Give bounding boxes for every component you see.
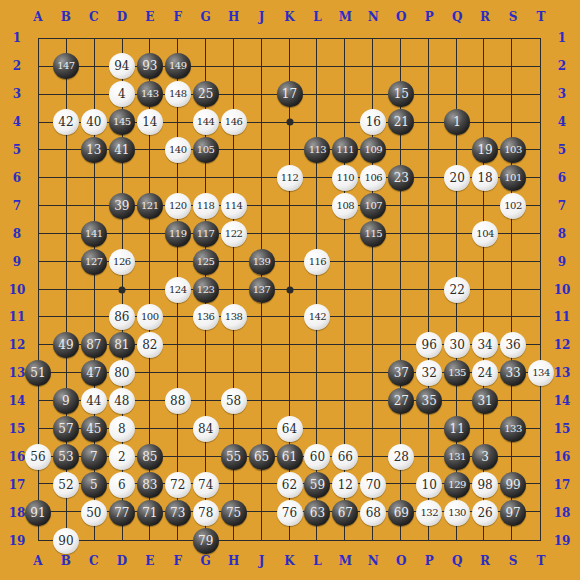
move-number: 70 [366, 479, 381, 491]
stone-white-98: 98 [472, 472, 498, 498]
move-number: 120 [169, 201, 187, 211]
move-number: 121 [141, 201, 159, 211]
stone-black-61: 61 [277, 444, 303, 470]
move-number: 2 [118, 451, 126, 463]
row-label-left: 7 [13, 200, 21, 212]
stone-white-146: 146 [221, 109, 247, 135]
move-number: 39 [114, 200, 129, 212]
move-number: 14 [142, 116, 157, 128]
board-cell [373, 317, 401, 345]
move-number: 68 [366, 507, 381, 519]
column-label-bottom: P [425, 555, 434, 567]
row-label-right: 16 [554, 451, 571, 463]
stone-white-28: 28 [388, 444, 414, 470]
stone-black-131: 131 [444, 444, 470, 470]
stone-black-81: 81 [109, 332, 135, 358]
stone-black-97: 97 [500, 500, 526, 526]
stone-black-75: 75 [221, 500, 247, 526]
stone-black-35: 35 [416, 388, 442, 414]
column-label-bottom: E [145, 555, 154, 567]
move-number: 133 [504, 424, 522, 434]
move-number: 18 [477, 172, 492, 184]
move-number: 71 [142, 507, 157, 519]
stone-white-40: 40 [81, 109, 107, 135]
board-cell [373, 290, 401, 318]
stone-black-57: 57 [53, 416, 79, 442]
move-number: 28 [394, 451, 409, 463]
board-cell [317, 401, 345, 429]
board-cell [401, 234, 429, 262]
stone-black-147: 147 [53, 53, 79, 79]
board-cell [512, 262, 540, 290]
stone-white-94: 94 [109, 53, 135, 79]
move-number: 5 [90, 479, 98, 491]
stone-white-126: 126 [109, 249, 135, 275]
board-cell [429, 67, 457, 95]
stone-black-31: 31 [472, 388, 498, 414]
column-label-bottom: C [89, 555, 99, 567]
stone-black-85: 85 [137, 444, 163, 470]
move-number: 60 [310, 451, 325, 463]
move-number: 105 [197, 145, 215, 155]
board-cell [345, 345, 373, 373]
move-number: 33 [505, 367, 520, 379]
stone-white-84: 84 [193, 416, 219, 442]
column-label-top: P [425, 11, 434, 23]
move-number: 9 [62, 395, 70, 407]
stone-white-136: 136 [193, 304, 219, 330]
column-label-top: O [396, 11, 406, 23]
move-number: 148 [169, 89, 187, 99]
row-label-right: 17 [554, 479, 571, 491]
column-label-top: B [61, 11, 71, 23]
move-number: 139 [253, 257, 271, 267]
board-cell [67, 290, 95, 318]
stone-white-120: 120 [165, 193, 191, 219]
move-number: 111 [337, 145, 355, 155]
move-number: 15 [394, 88, 409, 100]
move-number: 57 [58, 423, 73, 435]
stone-black-3: 3 [472, 444, 498, 470]
stone-black-13: 13 [81, 137, 107, 163]
row-label-left: 8 [13, 228, 21, 240]
stone-black-103: 103 [500, 137, 526, 163]
stone-white-118: 118 [193, 193, 219, 219]
move-number: 143 [141, 89, 159, 99]
move-number: 76 [282, 507, 297, 519]
board-cell [429, 234, 457, 262]
stone-white-48: 48 [109, 388, 135, 414]
row-label-left: 9 [13, 256, 21, 268]
move-number: 84 [198, 423, 213, 435]
move-number: 142 [309, 312, 327, 322]
move-number: 122 [225, 229, 243, 239]
column-label-bottom: Q [452, 555, 462, 567]
stone-black-105: 105 [193, 137, 219, 163]
column-label-bottom: B [61, 555, 71, 567]
board-cell [262, 345, 290, 373]
stone-white-122: 122 [221, 221, 247, 247]
row-label-left: 11 [9, 311, 26, 323]
move-number: 112 [281, 173, 299, 183]
move-number: 115 [365, 229, 383, 239]
move-number: 106 [365, 173, 383, 183]
stone-white-62: 62 [277, 472, 303, 498]
move-number: 119 [169, 229, 187, 239]
board-cell [345, 39, 373, 67]
column-label-bottom: O [396, 555, 406, 567]
move-number: 32 [422, 367, 437, 379]
stone-black-79: 79 [193, 528, 219, 554]
move-number: 65 [254, 451, 269, 463]
move-number: 132 [420, 508, 438, 518]
move-number: 87 [86, 339, 101, 351]
move-number: 141 [85, 229, 103, 239]
stone-white-86: 86 [109, 304, 135, 330]
board-cell [67, 178, 95, 206]
column-label-top: G [201, 11, 211, 23]
move-number: 45 [86, 423, 101, 435]
column-label-top: S [509, 11, 518, 23]
stone-white-8: 8 [109, 416, 135, 442]
stone-black-133: 133 [500, 416, 526, 442]
row-label-right: 2 [558, 60, 566, 72]
stone-white-32: 32 [416, 360, 442, 386]
move-number: 136 [197, 312, 215, 322]
board-cell [512, 234, 540, 262]
row-label-right: 14 [554, 395, 571, 407]
move-number: 79 [198, 535, 213, 547]
column-label-top: F [173, 11, 182, 23]
move-number: 82 [142, 339, 157, 351]
row-label-left: 2 [13, 60, 21, 72]
stone-white-148: 148 [165, 81, 191, 107]
move-number: 116 [309, 257, 327, 267]
move-number: 107 [365, 201, 383, 211]
stone-black-93: 93 [137, 53, 163, 79]
row-label-right: 19 [554, 535, 571, 547]
stone-white-134: 134 [528, 360, 554, 386]
stone-black-115: 115 [360, 221, 386, 247]
row-label-left: 4 [13, 116, 21, 128]
stone-black-83: 83 [137, 472, 163, 498]
stone-black-15: 15 [388, 81, 414, 107]
column-label-top: J [259, 11, 265, 23]
star-point [286, 118, 293, 125]
move-number: 83 [142, 479, 157, 491]
stone-white-70: 70 [360, 472, 386, 498]
move-number: 27 [394, 395, 409, 407]
row-label-right: 10 [554, 284, 571, 296]
move-number: 94 [114, 60, 129, 72]
stone-black-9: 9 [53, 388, 79, 414]
move-number: 35 [422, 395, 437, 407]
board-cell [39, 262, 67, 290]
stone-black-65: 65 [249, 444, 275, 470]
move-number: 10 [422, 479, 437, 491]
stone-black-111: 111 [332, 137, 358, 163]
stone-white-138: 138 [221, 304, 247, 330]
stone-black-73: 73 [165, 500, 191, 526]
stone-white-26: 26 [472, 500, 498, 526]
stone-black-49: 49 [53, 332, 79, 358]
move-number: 118 [197, 201, 215, 211]
stone-black-21: 21 [388, 109, 414, 135]
stone-black-53: 53 [53, 444, 79, 470]
move-number: 149 [169, 61, 187, 71]
move-number: 49 [58, 339, 73, 351]
move-number: 74 [198, 479, 213, 491]
stone-white-106: 106 [360, 165, 386, 191]
row-label-left: 1 [13, 32, 21, 44]
move-number: 146 [225, 117, 243, 127]
stone-black-113: 113 [304, 137, 330, 163]
move-number: 129 [448, 480, 466, 490]
row-label-left: 13 [9, 367, 26, 379]
column-label-top: L [313, 11, 321, 23]
move-number: 36 [505, 339, 520, 351]
board-cell [317, 39, 345, 67]
move-number: 12 [338, 479, 353, 491]
stone-white-114: 114 [221, 193, 247, 219]
move-number: 37 [394, 367, 409, 379]
stone-black-125: 125 [193, 249, 219, 275]
move-number: 78 [198, 507, 213, 519]
move-number: 114 [225, 201, 243, 211]
board-cell [345, 401, 373, 429]
stone-black-117: 117 [193, 221, 219, 247]
move-number: 17 [282, 88, 297, 100]
move-number: 126 [113, 257, 131, 267]
board-cell [484, 67, 512, 95]
move-number: 85 [142, 451, 157, 463]
stone-white-20: 20 [444, 165, 470, 191]
stone-white-108: 108 [332, 193, 358, 219]
move-number: 62 [282, 479, 297, 491]
stone-white-102: 102 [500, 193, 526, 219]
board-cell [512, 290, 540, 318]
move-number: 47 [86, 367, 101, 379]
move-number: 98 [477, 479, 492, 491]
stone-black-45: 45 [81, 416, 107, 442]
row-label-left: 16 [9, 451, 26, 463]
stone-white-60: 60 [304, 444, 330, 470]
move-number: 44 [86, 395, 101, 407]
move-number: 109 [365, 145, 383, 155]
board-cell [373, 39, 401, 67]
stone-black-101: 101 [500, 165, 526, 191]
stone-black-141: 141 [81, 221, 107, 247]
stone-black-107: 107 [360, 193, 386, 219]
row-label-left: 15 [9, 423, 26, 435]
move-number: 52 [58, 479, 73, 491]
board-cell [262, 206, 290, 234]
board-cell [206, 345, 234, 373]
board-cell [290, 206, 318, 234]
column-label-bottom: A [33, 555, 42, 567]
move-number: 93 [142, 60, 157, 72]
row-label-right: 11 [554, 311, 571, 323]
move-number: 21 [394, 116, 409, 128]
column-label-bottom: R [480, 555, 490, 567]
board-cell [345, 262, 373, 290]
stone-white-144: 144 [193, 109, 219, 135]
stone-white-12: 12 [332, 472, 358, 498]
row-label-right: 9 [558, 256, 566, 268]
stone-white-22: 22 [444, 277, 470, 303]
board-cell [484, 262, 512, 290]
move-number: 91 [30, 507, 45, 519]
move-number: 20 [450, 172, 465, 184]
column-label-bottom: T [537, 555, 546, 567]
move-number: 102 [504, 201, 522, 211]
stone-white-82: 82 [137, 332, 163, 358]
board-cell [345, 373, 373, 401]
move-number: 100 [141, 312, 159, 322]
row-label-right: 3 [558, 88, 566, 100]
move-number: 144 [197, 117, 215, 127]
board-cell [429, 39, 457, 67]
row-label-right: 7 [558, 200, 566, 212]
column-label-top: M [339, 11, 352, 23]
move-number: 1 [453, 116, 461, 128]
star-point [286, 286, 293, 293]
stone-black-39: 39 [109, 193, 135, 219]
board-cell [39, 290, 67, 318]
stone-white-18: 18 [472, 165, 498, 191]
move-number: 16 [366, 116, 381, 128]
board-cell [373, 262, 401, 290]
column-label-bottom: H [228, 555, 239, 567]
stone-white-76: 76 [277, 500, 303, 526]
stone-black-145: 145 [109, 109, 135, 135]
stone-black-121: 121 [137, 193, 163, 219]
stone-white-80: 80 [109, 360, 135, 386]
board-cell [234, 39, 262, 67]
board-cell [178, 345, 206, 373]
row-label-left: 19 [9, 535, 26, 547]
board-cell [234, 150, 262, 178]
stone-black-1: 1 [444, 109, 470, 135]
row-label-right: 6 [558, 172, 566, 184]
board-cell [457, 39, 485, 67]
stone-black-71: 71 [137, 500, 163, 526]
stone-white-90: 90 [53, 528, 79, 554]
board-cell [262, 373, 290, 401]
stone-black-63: 63 [304, 500, 330, 526]
column-label-top: C [89, 11, 99, 23]
stone-white-42: 42 [53, 109, 79, 135]
stone-white-88: 88 [165, 388, 191, 414]
move-number: 117 [197, 229, 215, 239]
column-label-bottom: F [173, 555, 182, 567]
stone-black-139: 139 [249, 249, 275, 275]
move-number: 130 [448, 508, 466, 518]
row-label-right: 1 [558, 32, 566, 44]
stone-white-50: 50 [81, 500, 107, 526]
move-number: 41 [114, 144, 129, 156]
board-cell [317, 95, 345, 123]
move-number: 140 [169, 145, 187, 155]
stone-black-23: 23 [388, 165, 414, 191]
move-number: 48 [114, 395, 129, 407]
stone-white-110: 110 [332, 165, 358, 191]
move-number: 86 [114, 311, 129, 323]
column-label-bottom: G [201, 555, 211, 567]
stone-black-25: 25 [193, 81, 219, 107]
move-number: 99 [505, 479, 520, 491]
move-number: 67 [338, 507, 353, 519]
move-number: 59 [310, 479, 325, 491]
row-label-left: 12 [9, 339, 26, 351]
move-number: 123 [197, 285, 215, 295]
stone-black-143: 143 [137, 81, 163, 107]
move-number: 147 [57, 61, 75, 71]
move-number: 50 [86, 507, 101, 519]
move-number: 8 [118, 423, 126, 435]
column-label-top: D [117, 11, 127, 23]
move-number: 72 [170, 479, 185, 491]
board-cell [317, 345, 345, 373]
move-number: 13 [86, 144, 101, 156]
stone-white-44: 44 [81, 388, 107, 414]
stone-black-7: 7 [81, 444, 107, 470]
stone-black-135: 135 [444, 360, 470, 386]
move-number: 66 [338, 451, 353, 463]
stone-black-67: 67 [332, 500, 358, 526]
move-number: 75 [226, 507, 241, 519]
board-cell [262, 39, 290, 67]
move-number: 81 [114, 339, 129, 351]
board-cell [512, 95, 540, 123]
stone-white-142: 142 [304, 304, 330, 330]
move-number: 61 [282, 451, 297, 463]
board-cell [345, 290, 373, 318]
board-cell [484, 290, 512, 318]
board-cell [206, 39, 234, 67]
board-cell [290, 373, 318, 401]
board-cell [234, 345, 262, 373]
board-cell [401, 290, 429, 318]
board-cell [39, 150, 67, 178]
stone-white-78: 78 [193, 500, 219, 526]
move-number: 97 [505, 507, 520, 519]
move-number: 24 [477, 367, 492, 379]
move-number: 26 [477, 507, 492, 519]
stone-black-47: 47 [81, 360, 107, 386]
stone-white-10: 10 [416, 472, 442, 498]
move-number: 113 [309, 145, 327, 155]
move-number: 11 [450, 423, 465, 435]
move-number: 104 [476, 229, 494, 239]
stone-white-124: 124 [165, 277, 191, 303]
board-cell [290, 39, 318, 67]
row-label-right: 8 [558, 228, 566, 240]
stone-white-14: 14 [137, 109, 163, 135]
board-cell [401, 262, 429, 290]
column-label-top: H [228, 11, 239, 23]
stone-black-27: 27 [388, 388, 414, 414]
move-number: 7 [90, 451, 98, 463]
stone-white-140: 140 [165, 137, 191, 163]
move-number: 58 [226, 395, 241, 407]
stone-black-87: 87 [81, 332, 107, 358]
column-label-top: Q [452, 11, 462, 23]
stone-black-69: 69 [388, 500, 414, 526]
move-number: 73 [170, 507, 185, 519]
stone-white-58: 58 [221, 388, 247, 414]
board-cell [484, 95, 512, 123]
